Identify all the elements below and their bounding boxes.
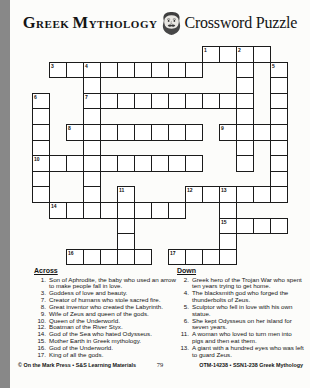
title-greek-mythology: GREEK MYTHOLOGY — [23, 13, 158, 33]
grid-cell[interactable] — [117, 155, 135, 172]
grid-cell[interactable] — [83, 108, 101, 125]
grid-cell[interactable] — [253, 218, 271, 235]
grid-cell[interactable] — [270, 124, 288, 141]
grid-cell[interactable] — [32, 140, 50, 157]
grid-cell[interactable] — [134, 62, 152, 79]
grid-cell[interactable] — [270, 108, 288, 125]
grid-cell[interactable] — [83, 77, 101, 94]
grid-cell[interactable] — [270, 186, 288, 203]
grid-cell[interactable] — [117, 233, 135, 250]
grid-cell[interactable] — [100, 249, 118, 266]
grid-cell[interactable] — [253, 46, 271, 63]
grid-cell[interactable] — [185, 62, 203, 79]
grid-cell[interactable]: 15 — [219, 218, 237, 235]
grid-cell[interactable] — [117, 124, 135, 141]
grid-cell-number: 16 — [68, 250, 74, 256]
clue-item: 2.Greek hero of the Trojan War who spent… — [177, 277, 304, 291]
grid-cell[interactable] — [134, 93, 152, 110]
clue-item: 6.She kept Odysseus on her island for se… — [177, 318, 304, 332]
grid-cell-number: 6 — [34, 94, 37, 100]
down-section: Down 2.Greek hero of the Trojan War who … — [177, 267, 304, 359]
grid-cell[interactable] — [185, 124, 203, 141]
down-clue-list: 2.Greek hero of the Trojan War who spent… — [177, 277, 304, 359]
across-clue-list: 1.Son of Aphrodite, the baby who used an… — [34, 277, 176, 359]
grid-cell[interactable] — [83, 171, 101, 188]
grid-cell[interactable] — [83, 140, 101, 157]
grid-cell[interactable] — [185, 93, 203, 110]
grid-cell[interactable] — [83, 155, 101, 172]
grid-cell[interactable] — [117, 93, 135, 110]
title-crossword-puzzle: Crossword Puzzle — [184, 14, 297, 32]
clue-number: 1. — [34, 277, 46, 291]
grid-cell[interactable] — [32, 108, 50, 125]
grid-cell[interactable] — [134, 155, 152, 172]
grid-cell[interactable] — [270, 155, 288, 172]
grid-cell[interactable] — [117, 249, 135, 266]
grid-cell[interactable] — [270, 140, 288, 157]
clue-text: The blacksmith god who forged the thunde… — [192, 290, 304, 304]
grid-cell[interactable] — [66, 62, 84, 79]
page-footer: © On the Mark Press • S&S Learning Mater… — [10, 361, 310, 371]
grid-cell[interactable] — [168, 202, 186, 219]
grid-cell[interactable] — [219, 233, 237, 250]
grid-cell[interactable]: 5 — [270, 62, 288, 79]
grid-cell[interactable] — [66, 155, 84, 172]
grid-cell[interactable]: 8 — [66, 124, 84, 141]
grid-cell-number: 2 — [238, 47, 241, 53]
grid-cell[interactable] — [202, 93, 220, 110]
clue-number: 4. — [177, 290, 189, 304]
grid-cell[interactable] — [32, 186, 50, 203]
grid-cell[interactable] — [236, 155, 254, 172]
grid-cell-number: 17 — [170, 250, 176, 256]
grid-cell[interactable] — [117, 202, 135, 219]
grid-cell-number: 13 — [221, 187, 227, 193]
grid-cell[interactable] — [100, 202, 118, 219]
grid-cell[interactable] — [168, 93, 186, 110]
grid-cell[interactable] — [253, 186, 271, 203]
grid-cell[interactable]: 7 — [83, 93, 101, 110]
grid-cell-number: 3 — [51, 63, 54, 69]
grid-cell[interactable] — [236, 77, 254, 94]
clue-text: Sculptor who fell in love with his own s… — [192, 304, 304, 318]
grid-cell[interactable] — [151, 155, 169, 172]
clue-number: 5. — [177, 304, 189, 318]
grid-cell[interactable] — [100, 93, 118, 110]
grid-cell[interactable] — [168, 124, 186, 141]
grid-cell-number: 12 — [187, 187, 193, 193]
grid-cell-number: 10 — [34, 156, 40, 162]
grid-cell[interactable] — [117, 218, 135, 235]
grid-cell[interactable] — [83, 202, 101, 219]
grid-cell-number: 15 — [221, 219, 227, 225]
grid-cell[interactable] — [253, 124, 271, 141]
grid-cell[interactable] — [83, 124, 101, 141]
clue-text: Son of Aphrodite, the baby who used an a… — [49, 277, 176, 291]
grid-cell[interactable] — [236, 108, 254, 125]
clue-item: 11.A woman who loved to turn men into pi… — [177, 331, 304, 345]
worksheet-page: GREEK MYTHOLOGY Crossword Puzzle 1234567… — [10, 0, 310, 388]
clue-number: 13. — [177, 345, 189, 359]
clue-text: King of all the gods. — [49, 352, 176, 359]
grid-cell[interactable] — [270, 93, 288, 110]
grid-cell[interactable] — [151, 62, 169, 79]
grid-cell[interactable] — [66, 202, 84, 219]
grid-cell[interactable]: 1 — [202, 46, 220, 63]
grid-cell[interactable]: 4 — [83, 62, 101, 79]
across-section: Across 1.Son of Aphrodite, the baby who … — [34, 267, 176, 359]
grid-cell[interactable] — [168, 155, 186, 172]
grid-cell[interactable] — [151, 124, 169, 141]
grid-cell[interactable] — [202, 249, 220, 266]
grid-cell-number: 5 — [272, 63, 275, 69]
grid-cell[interactable] — [100, 62, 118, 79]
grid-cell[interactable] — [236, 93, 254, 110]
grid-cell[interactable] — [83, 249, 101, 266]
grid-cell-number: 4 — [85, 63, 88, 69]
grid-cell[interactable] — [100, 124, 118, 141]
grid-cell-number: 8 — [68, 125, 71, 131]
zeus-head-icon — [160, 10, 183, 36]
clue-text: A woman who loved to turn men into pigs … — [192, 331, 304, 345]
grid-cell[interactable]: 13 — [219, 186, 237, 203]
grid-cell[interactable] — [134, 202, 152, 219]
grid-cell[interactable] — [83, 186, 101, 203]
clue-item: 17.King of all the gods. — [34, 352, 176, 359]
grid-cell[interactable] — [219, 249, 237, 266]
product-code-text: OTM-14238 • SSN1-238 Greek Mythology — [199, 362, 303, 368]
grid-cell[interactable] — [270, 77, 288, 94]
grid-cell[interactable] — [134, 249, 152, 266]
grid-cell[interactable] — [236, 124, 254, 141]
page-title: GREEK MYTHOLOGY Crossword Puzzle — [10, 10, 310, 36]
grid-cell[interactable] — [219, 46, 237, 63]
grid-cell[interactable]: 16 — [66, 249, 84, 266]
grid-cell[interactable] — [202, 186, 220, 203]
grid-cell[interactable]: 2 — [236, 46, 254, 63]
grid-cell[interactable] — [236, 218, 254, 235]
clue-number: 11. — [177, 331, 189, 345]
grid-cell[interactable] — [32, 124, 50, 141]
grid-cell[interactable]: 17 — [168, 249, 186, 266]
clue-item: 1.Son of Aphrodite, the baby who used an… — [34, 277, 176, 291]
grid-cell[interactable] — [270, 171, 288, 188]
grid-cell[interactable] — [219, 202, 237, 219]
grid-cell[interactable] — [49, 155, 67, 172]
grid-cell-number: 9 — [221, 125, 224, 131]
grid-cell[interactable] — [185, 155, 203, 172]
grid-cell[interactable] — [134, 124, 152, 141]
grid-cell-number: 7 — [85, 94, 88, 100]
grid-cell[interactable]: 11 — [117, 186, 135, 203]
clue-item: 13.A giant with a hundred eyes who was l… — [177, 345, 304, 359]
grid-cell[interactable]: 3 — [49, 62, 67, 79]
grid-cell[interactable] — [270, 218, 288, 235]
grid-cell[interactable] — [236, 186, 254, 203]
clue-number: 6. — [177, 318, 189, 332]
grid-cell[interactable]: 10 — [32, 155, 50, 172]
grid-cell[interactable] — [185, 249, 203, 266]
grid-cell-number: 11 — [119, 187, 124, 193]
grid-cell[interactable] — [219, 93, 237, 110]
crossword-grid: 1234567891011121314151617 — [32, 46, 289, 266]
grid-cell[interactable] — [236, 140, 254, 157]
grid-cell[interactable]: 12 — [185, 186, 203, 203]
grid-cell-number: 14 — [51, 203, 57, 209]
clue-text: Greek hero of the Trojan War who spent t… — [192, 277, 304, 291]
down-header: Down — [177, 267, 304, 274]
grid-cell[interactable] — [151, 93, 169, 110]
across-header: Across — [34, 267, 176, 274]
grid-cell[interactable]: 14 — [49, 202, 67, 219]
grid-cell[interactable]: 6 — [32, 93, 50, 110]
clue-text: A giant with a hundred eyes who was left… — [192, 345, 304, 359]
grid-cell[interactable]: 9 — [219, 124, 237, 141]
clue-number: 2. — [177, 277, 189, 291]
grid-cell[interactable] — [117, 62, 135, 79]
grid-cell-number: 1 — [204, 47, 207, 53]
grid-cell[interactable] — [236, 62, 254, 79]
clue-item: 4.The blacksmith god who forged the thun… — [177, 290, 304, 304]
grid-cell[interactable] — [151, 202, 169, 219]
grid-cell[interactable] — [32, 171, 50, 188]
grid-cell[interactable] — [168, 62, 186, 79]
grid-cell[interactable] — [100, 155, 118, 172]
clue-item: 5.Sculptor who fell in love with his own… — [177, 304, 304, 318]
clue-number: 17. — [34, 352, 46, 359]
clue-text: She kept Odysseus on her island for seve… — [192, 318, 304, 332]
